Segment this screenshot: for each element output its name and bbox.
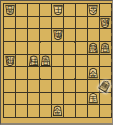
piece-kanji: 香 xyxy=(41,55,51,66)
board-cell[interactable] xyxy=(64,80,75,92)
board-cell[interactable] xyxy=(16,93,27,105)
board-cell[interactable] xyxy=(76,105,87,117)
shogi-piece-6e[interactable]: 香 xyxy=(41,55,51,66)
board-cell[interactable] xyxy=(100,29,111,41)
shogi-piece-9a[interactable]: 香 xyxy=(5,5,15,16)
piece-kanji: 金 xyxy=(88,68,98,79)
piece-kanji: 飛 xyxy=(5,55,15,66)
board-cell[interactable] xyxy=(40,29,51,41)
shogi-piece-2h[interactable]: 玉 xyxy=(88,93,98,104)
board-cell[interactable] xyxy=(76,17,87,29)
board-cell[interactable] xyxy=(4,29,15,41)
shogi-piece-5c[interactable]: 角 xyxy=(53,30,63,41)
shogi-piece-5a[interactable]: 王 xyxy=(53,5,63,16)
board-cell[interactable] xyxy=(64,29,75,41)
board-cell[interactable] xyxy=(28,93,39,105)
shogi-piece-5i[interactable]: 金 xyxy=(53,105,63,116)
board-cell[interactable] xyxy=(28,29,39,41)
board-cell[interactable] xyxy=(52,42,63,54)
board-cell[interactable] xyxy=(28,4,39,16)
board-cell[interactable] xyxy=(64,4,75,16)
board-cell[interactable] xyxy=(64,67,75,79)
piece-kanji: 香 xyxy=(5,5,15,16)
board-cell[interactable] xyxy=(64,17,75,29)
star-point xyxy=(74,78,76,80)
shogi-piece-9e[interactable]: 飛 xyxy=(5,55,15,66)
shogi-piece-2d[interactable]: 飛 xyxy=(88,42,98,53)
board-cell[interactable] xyxy=(76,4,87,16)
board-cell[interactable] xyxy=(16,80,27,92)
board-cell[interactable] xyxy=(28,42,39,54)
board-cell[interactable] xyxy=(88,29,99,41)
board-cell[interactable] xyxy=(4,67,15,79)
board-cell[interactable] xyxy=(88,80,99,92)
rank-tick xyxy=(111,8,112,11)
board-cell[interactable] xyxy=(52,80,63,92)
board-cell[interactable] xyxy=(28,80,39,92)
board-cell[interactable] xyxy=(40,93,51,105)
shogi-app-window: 香王金銀角飛香飛桂香金馬玉金 xyxy=(0,0,113,125)
board-cell[interactable] xyxy=(16,42,27,54)
board-cell[interactable] xyxy=(64,42,75,54)
board-cell[interactable] xyxy=(76,93,87,105)
rank-tick xyxy=(111,33,112,36)
board-cell[interactable] xyxy=(16,67,27,79)
board-cell[interactable] xyxy=(76,55,87,67)
board-cell[interactable] xyxy=(52,67,63,79)
board-cell[interactable] xyxy=(76,67,87,79)
piece-kanji: 王 xyxy=(53,5,63,16)
board-cell[interactable] xyxy=(4,17,15,29)
board-cell[interactable] xyxy=(28,67,39,79)
board-cell[interactable] xyxy=(40,67,51,79)
board-cell[interactable] xyxy=(76,42,87,54)
shogi-piece-2a[interactable]: 金 xyxy=(88,5,98,16)
shogi-piece-1d[interactable]: 香 xyxy=(100,42,110,53)
star-point xyxy=(39,78,41,80)
board-cell[interactable] xyxy=(88,55,99,67)
board-cell[interactable] xyxy=(100,67,111,79)
shogi-board[interactable]: 香王金銀角飛香飛桂香金馬玉金 xyxy=(3,3,112,118)
board-cell[interactable] xyxy=(40,80,51,92)
piece-kanji: 桂 xyxy=(29,55,39,66)
board-cell[interactable] xyxy=(64,55,75,67)
board-cell[interactable] xyxy=(16,29,27,41)
board-cell[interactable] xyxy=(40,17,51,29)
board-cell[interactable] xyxy=(40,4,51,16)
board-cell[interactable] xyxy=(4,93,15,105)
board-cell[interactable] xyxy=(100,55,111,67)
rank-tick xyxy=(111,110,112,113)
rank-tick xyxy=(111,97,112,100)
board-cell[interactable] xyxy=(88,105,99,117)
board-cell[interactable] xyxy=(28,17,39,29)
rank-tick xyxy=(111,59,112,62)
star-point xyxy=(74,41,76,43)
board-cell[interactable] xyxy=(100,105,111,117)
board-cell[interactable] xyxy=(4,42,15,54)
board-cell[interactable] xyxy=(40,105,51,117)
board-cell[interactable] xyxy=(52,17,63,29)
rank-tick xyxy=(111,72,112,75)
piece-kanji: 玉 xyxy=(88,93,98,104)
rank-tick xyxy=(111,21,112,24)
shogi-piece-7e[interactable]: 桂 xyxy=(29,55,39,66)
piece-kanji: 角 xyxy=(53,30,63,41)
board-cell[interactable] xyxy=(64,93,75,105)
star-point xyxy=(39,41,41,43)
rank-tick xyxy=(111,46,112,49)
board-cell[interactable] xyxy=(4,80,15,92)
board-cell[interactable] xyxy=(16,105,27,117)
board-cell[interactable] xyxy=(16,55,27,67)
piece-kanji: 銀 xyxy=(100,17,110,28)
board-cell[interactable] xyxy=(76,29,87,41)
board-cell[interactable] xyxy=(52,93,63,105)
board-cell[interactable] xyxy=(64,105,75,117)
board-cell[interactable] xyxy=(16,17,27,29)
shogi-piece-2f[interactable]: 金 xyxy=(88,68,98,79)
piece-kanji: 金 xyxy=(53,105,63,116)
board-cell[interactable] xyxy=(52,55,63,67)
board-cell[interactable] xyxy=(100,4,111,16)
board-cell[interactable] xyxy=(40,42,51,54)
board-cell[interactable] xyxy=(16,4,27,16)
board-cell[interactable] xyxy=(100,93,111,105)
piece-kanji: 金 xyxy=(88,5,98,16)
shogi-piece-1b[interactable]: 銀 xyxy=(100,17,110,28)
board-cell[interactable] xyxy=(28,105,39,117)
piece-kanji: 飛 xyxy=(88,42,98,53)
board-cell[interactable] xyxy=(88,17,99,29)
piece-kanji: 香 xyxy=(100,42,110,53)
board-cell[interactable] xyxy=(76,80,87,92)
board-cell[interactable] xyxy=(4,105,15,117)
